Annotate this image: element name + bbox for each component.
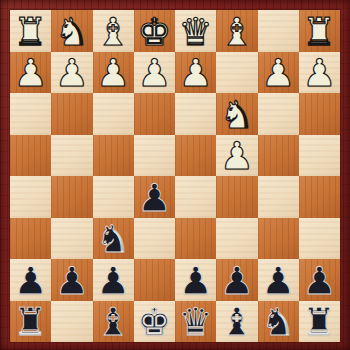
square-d6[interactable] xyxy=(175,218,216,260)
square-g3[interactable] xyxy=(51,93,92,135)
square-a3[interactable] xyxy=(299,93,340,135)
square-f7[interactable]: ♟ xyxy=(93,259,134,301)
square-d3[interactable] xyxy=(175,93,216,135)
square-b5[interactable] xyxy=(258,176,299,218)
black-pawn-icon[interactable]: ♟ xyxy=(220,262,254,300)
square-f8[interactable]: ♝ xyxy=(93,301,134,343)
square-d4[interactable] xyxy=(175,135,216,177)
chess-board: ♜♞♝♚♛♝♜♟♟♟♟♟♟♟♞♟♟♞♟♟♟♟♟♟♟♜♝♚♛♝♞♜ xyxy=(10,10,340,342)
square-b3[interactable] xyxy=(258,93,299,135)
square-e2[interactable]: ♟ xyxy=(134,52,175,94)
white-bishop-icon[interactable]: ♝ xyxy=(220,13,254,51)
white-rook-icon[interactable]: ♜ xyxy=(302,13,336,51)
white-pawn-icon[interactable]: ♟ xyxy=(179,54,213,92)
square-d2[interactable]: ♟ xyxy=(175,52,216,94)
square-a7[interactable]: ♟ xyxy=(299,259,340,301)
black-queen-icon[interactable]: ♛ xyxy=(179,303,213,341)
white-pawn-icon[interactable]: ♟ xyxy=(137,54,171,92)
square-e4[interactable] xyxy=(134,135,175,177)
white-pawn-icon[interactable]: ♟ xyxy=(96,54,130,92)
square-a5[interactable] xyxy=(299,176,340,218)
square-g7[interactable]: ♟ xyxy=(51,259,92,301)
square-d5[interactable] xyxy=(175,176,216,218)
white-pawn-icon[interactable]: ♟ xyxy=(261,54,295,92)
white-king-icon[interactable]: ♚ xyxy=(137,13,171,51)
square-c2[interactable] xyxy=(216,52,257,94)
square-e5[interactable]: ♟ xyxy=(134,176,175,218)
black-knight-icon[interactable]: ♞ xyxy=(261,303,295,341)
square-g6[interactable] xyxy=(51,218,92,260)
square-h7[interactable]: ♟ xyxy=(10,259,51,301)
square-e7[interactable] xyxy=(134,259,175,301)
square-a8[interactable]: ♜ xyxy=(299,301,340,343)
black-pawn-icon[interactable]: ♟ xyxy=(55,262,89,300)
square-g8[interactable] xyxy=(51,301,92,343)
square-e8[interactable]: ♚ xyxy=(134,301,175,343)
board-frame: ♜♞♝♚♛♝♜♟♟♟♟♟♟♟♞♟♟♞♟♟♟♟♟♟♟♜♝♚♛♝♞♜ xyxy=(0,0,350,350)
square-f6[interactable]: ♞ xyxy=(93,218,134,260)
square-c4[interactable]: ♟ xyxy=(216,135,257,177)
black-knight-icon[interactable]: ♞ xyxy=(96,220,130,258)
square-c7[interactable]: ♟ xyxy=(216,259,257,301)
square-c6[interactable] xyxy=(216,218,257,260)
square-b2[interactable]: ♟ xyxy=(258,52,299,94)
square-b1[interactable] xyxy=(258,10,299,52)
white-bishop-icon[interactable]: ♝ xyxy=(96,13,130,51)
white-pawn-icon[interactable]: ♟ xyxy=(55,54,89,92)
square-c8[interactable]: ♝ xyxy=(216,301,257,343)
square-a1[interactable]: ♜ xyxy=(299,10,340,52)
square-f1[interactable]: ♝ xyxy=(93,10,134,52)
square-f3[interactable] xyxy=(93,93,134,135)
square-d8[interactable]: ♛ xyxy=(175,301,216,343)
white-pawn-icon[interactable]: ♟ xyxy=(302,54,336,92)
black-bishop-icon[interactable]: ♝ xyxy=(220,303,254,341)
square-e1[interactable]: ♚ xyxy=(134,10,175,52)
square-e3[interactable] xyxy=(134,93,175,135)
square-f4[interactable] xyxy=(93,135,134,177)
square-c5[interactable] xyxy=(216,176,257,218)
white-queen-icon[interactable]: ♛ xyxy=(179,13,213,51)
black-pawn-icon[interactable]: ♟ xyxy=(179,262,213,300)
square-g5[interactable] xyxy=(51,176,92,218)
square-g2[interactable]: ♟ xyxy=(51,52,92,94)
square-c3[interactable]: ♞ xyxy=(216,93,257,135)
white-pawn-icon[interactable]: ♟ xyxy=(14,54,48,92)
square-h8[interactable]: ♜ xyxy=(10,301,51,343)
white-knight-icon[interactable]: ♞ xyxy=(220,96,254,134)
square-f2[interactable]: ♟ xyxy=(93,52,134,94)
black-rook-icon[interactable]: ♜ xyxy=(14,303,48,341)
black-bishop-icon[interactable]: ♝ xyxy=(96,303,130,341)
square-b7[interactable]: ♟ xyxy=(258,259,299,301)
square-h1[interactable]: ♜ xyxy=(10,10,51,52)
square-h3[interactable] xyxy=(10,93,51,135)
square-h6[interactable] xyxy=(10,218,51,260)
white-rook-icon[interactable]: ♜ xyxy=(14,13,48,51)
square-c1[interactable]: ♝ xyxy=(216,10,257,52)
square-d1[interactable]: ♛ xyxy=(175,10,216,52)
square-h2[interactable]: ♟ xyxy=(10,52,51,94)
square-b4[interactable] xyxy=(258,135,299,177)
square-a2[interactable]: ♟ xyxy=(299,52,340,94)
black-pawn-icon[interactable]: ♟ xyxy=(137,179,171,217)
black-king-icon[interactable]: ♚ xyxy=(137,303,171,341)
black-rook-icon[interactable]: ♜ xyxy=(302,303,336,341)
square-b6[interactable] xyxy=(258,218,299,260)
square-g4[interactable] xyxy=(51,135,92,177)
black-pawn-icon[interactable]: ♟ xyxy=(302,262,336,300)
black-pawn-icon[interactable]: ♟ xyxy=(261,262,295,300)
square-f5[interactable] xyxy=(93,176,134,218)
square-a4[interactable] xyxy=(299,135,340,177)
square-a6[interactable] xyxy=(299,218,340,260)
square-h5[interactable] xyxy=(10,176,51,218)
white-knight-icon[interactable]: ♞ xyxy=(55,13,89,51)
black-pawn-icon[interactable]: ♟ xyxy=(96,262,130,300)
square-h4[interactable] xyxy=(10,135,51,177)
black-pawn-icon[interactable]: ♟ xyxy=(14,262,48,300)
white-pawn-icon[interactable]: ♟ xyxy=(220,137,254,175)
square-g1[interactable]: ♞ xyxy=(51,10,92,52)
square-e6[interactable] xyxy=(134,218,175,260)
square-b8[interactable]: ♞ xyxy=(258,301,299,343)
square-d7[interactable]: ♟ xyxy=(175,259,216,301)
